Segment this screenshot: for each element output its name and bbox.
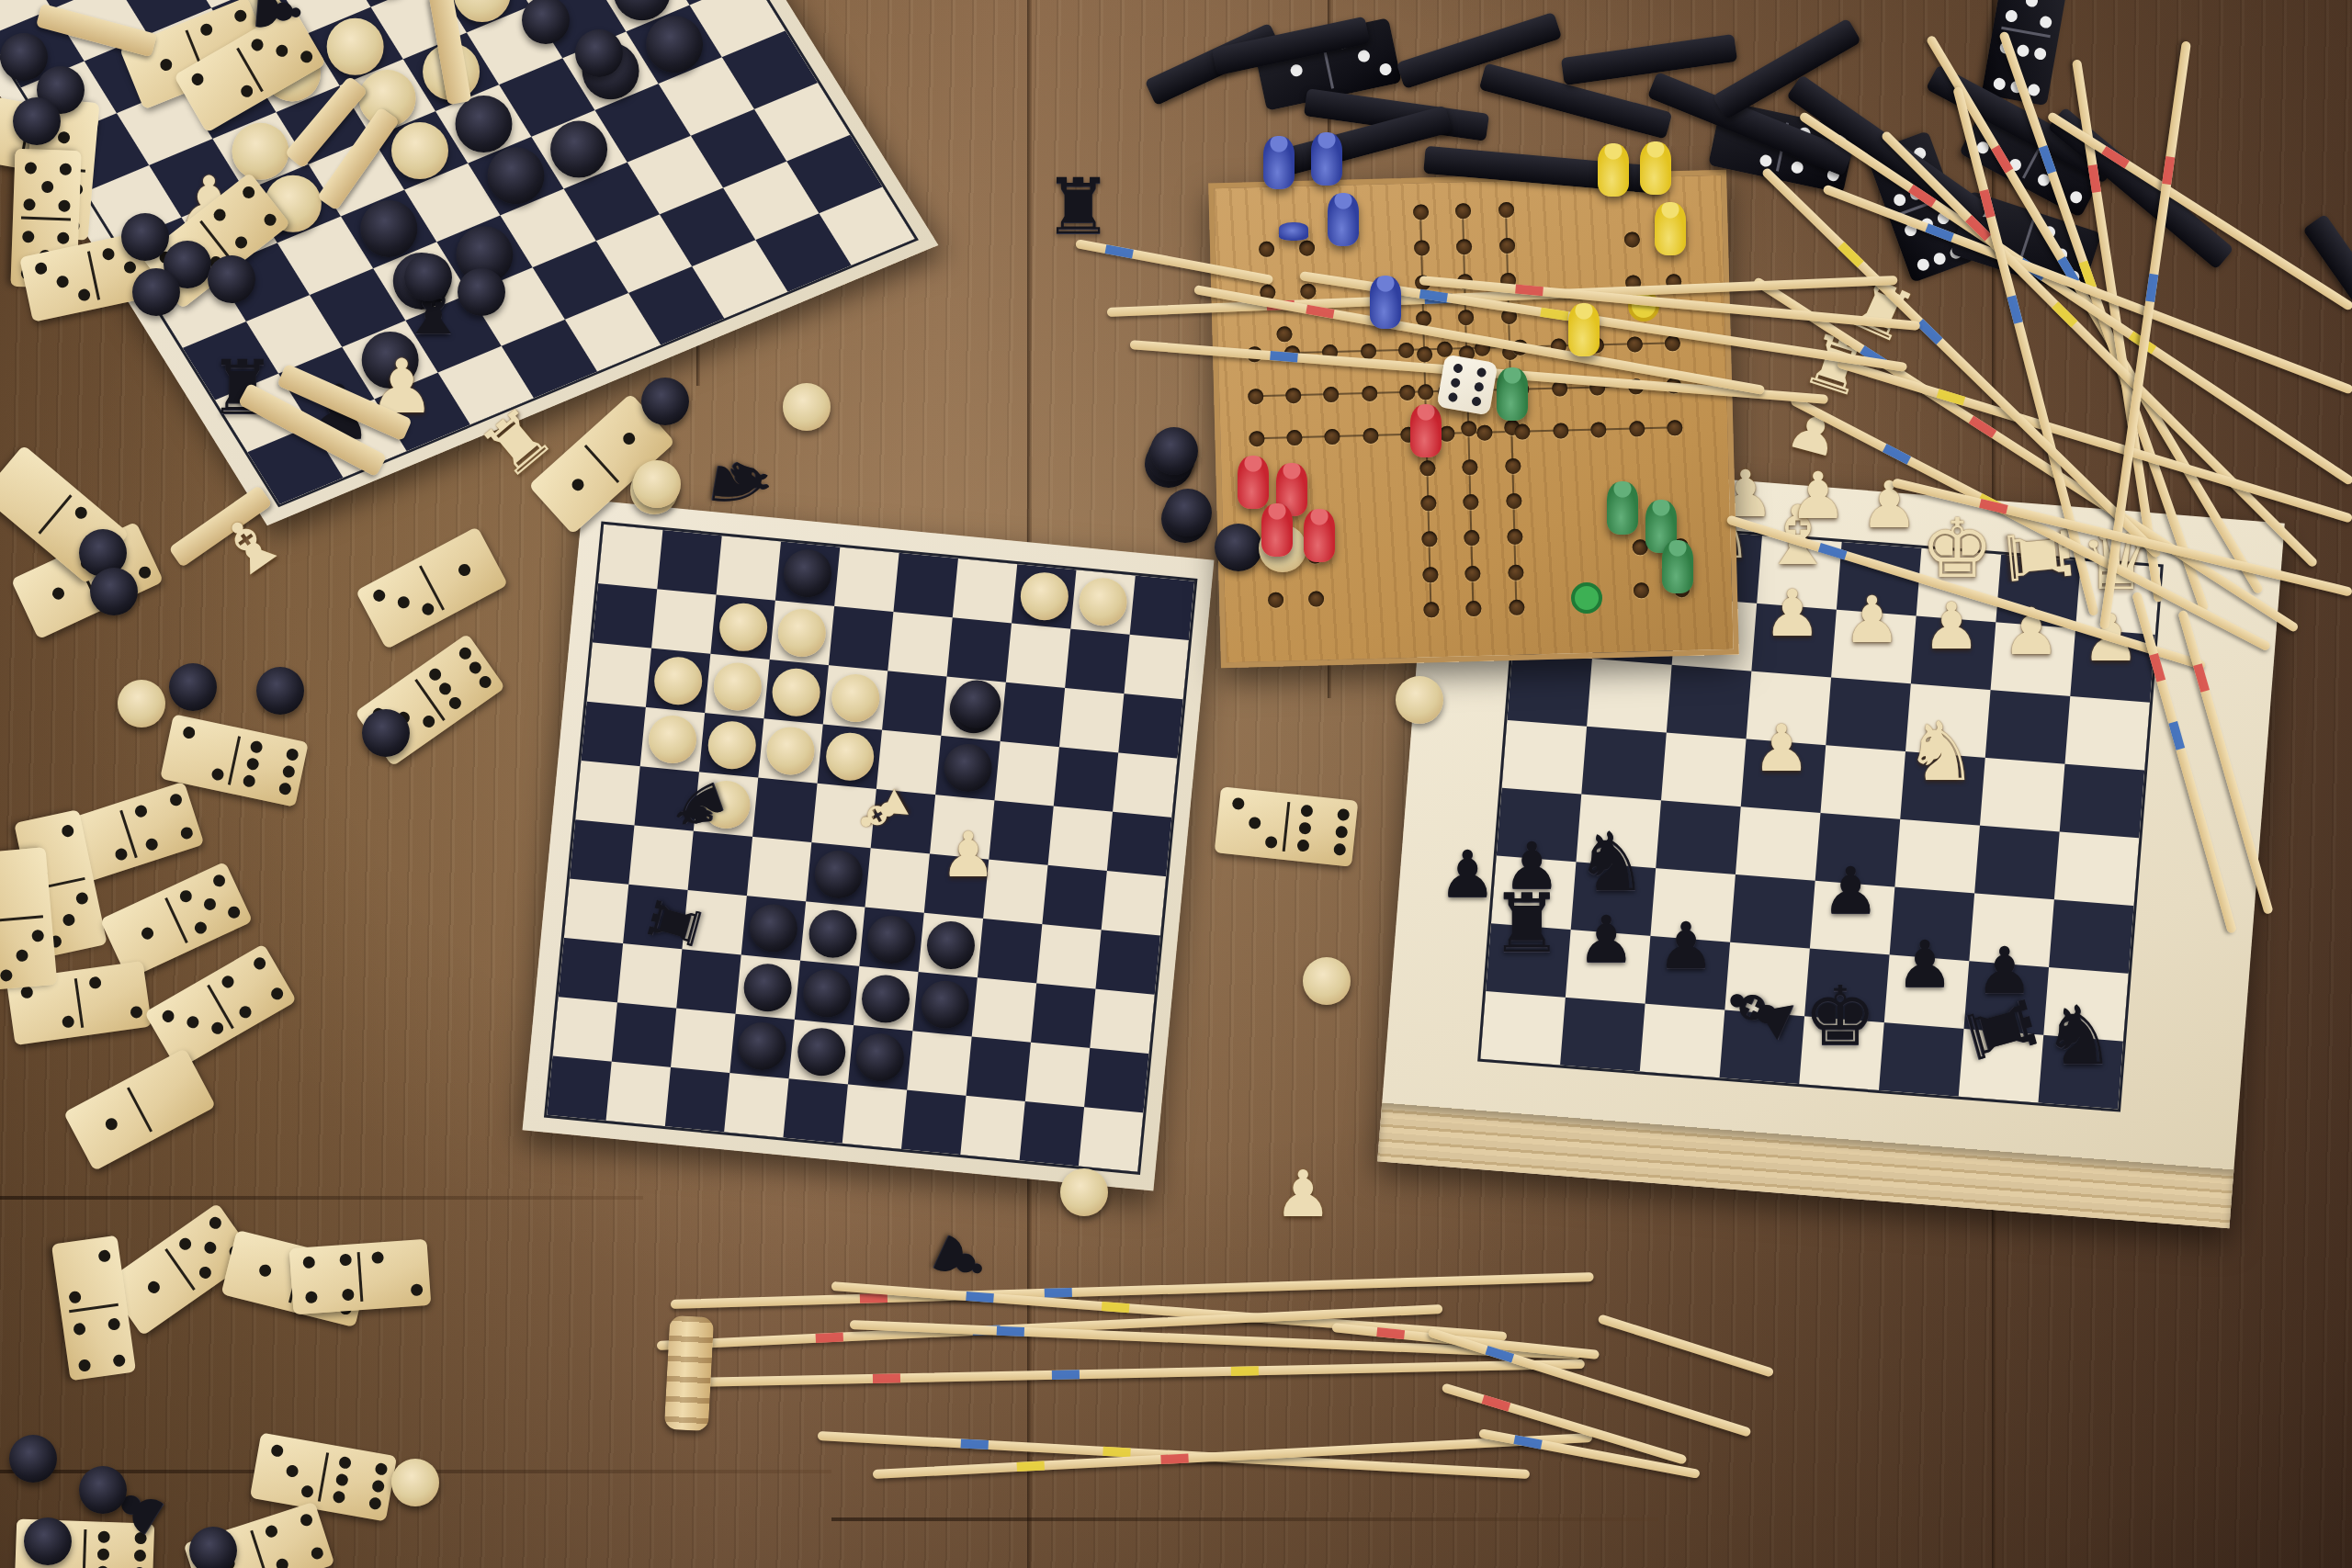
stick-band xyxy=(1230,1366,1258,1376)
domino-pip xyxy=(286,1464,300,1478)
checkers-board-center: ♞♜♝♟ xyxy=(523,500,1215,1191)
checker-dark[interactable] xyxy=(1150,427,1198,475)
domino-pip xyxy=(226,905,242,920)
checker-light[interactable] xyxy=(654,657,702,705)
domino-3-6[interactable] xyxy=(250,1433,397,1522)
chess-piece-black-n[interactable]: ♞ xyxy=(1576,823,1649,905)
checker-dark[interactable] xyxy=(744,964,792,1011)
checker-light[interactable] xyxy=(714,662,762,710)
domino-pip xyxy=(137,565,153,581)
ludo-track-hole xyxy=(1412,204,1428,220)
checker-dark[interactable] xyxy=(856,1034,904,1082)
ludo-peg-blue[interactable] xyxy=(1328,193,1359,246)
die-pip xyxy=(1471,396,1482,407)
domino-pip xyxy=(114,847,129,862)
ludo-peg-red[interactable] xyxy=(1238,456,1269,509)
domino-pip xyxy=(22,231,34,243)
ludo-track-hole xyxy=(1466,601,1482,616)
checker-light[interactable] xyxy=(633,460,681,508)
domino-pip xyxy=(1335,826,1348,839)
domino-divider xyxy=(1283,802,1291,852)
domino-pip xyxy=(73,504,89,521)
ludo-peg-yellow[interactable] xyxy=(1640,141,1671,195)
stick-band xyxy=(872,1373,899,1383)
checker-light[interactable] xyxy=(391,1459,439,1506)
checker-dark[interactable] xyxy=(362,709,410,757)
domino-pip xyxy=(237,1004,254,1021)
checker-dark[interactable] xyxy=(455,96,512,152)
domino-pip xyxy=(374,1462,388,1476)
table-plank-seam xyxy=(831,1517,1658,1521)
checker-dark[interactable] xyxy=(1164,489,1212,536)
domino-pip xyxy=(239,83,255,99)
domino-pip xyxy=(62,1015,75,1029)
checker-dark[interactable] xyxy=(256,667,304,715)
checker-light[interactable] xyxy=(1060,1168,1108,1216)
domino-pip xyxy=(421,713,437,729)
domino-pip xyxy=(107,1317,121,1331)
domino-pip xyxy=(123,260,137,274)
domino-black-edge-on[interactable] xyxy=(1561,34,1737,85)
ludo-marker-648 xyxy=(1571,582,1602,614)
checker-light[interactable] xyxy=(1396,676,1443,724)
checker-dark[interactable] xyxy=(551,121,608,178)
domino-pip xyxy=(20,986,34,999)
ludo-track-hole xyxy=(1507,493,1522,509)
turned-wood-piece[interactable] xyxy=(664,1315,714,1431)
ludo-track-hole xyxy=(1458,310,1474,325)
ludo-track-hole xyxy=(1515,424,1531,440)
checker-dark[interactable] xyxy=(132,268,180,316)
ludo-track-hole xyxy=(1308,591,1324,606)
domino-pip xyxy=(88,976,102,989)
domino-pip xyxy=(130,1006,143,1020)
domino-pip xyxy=(2033,47,2047,61)
ludo-track-hole xyxy=(1506,457,1521,473)
domino-pip xyxy=(202,897,218,912)
domino-pip xyxy=(134,1550,146,1562)
checker-dark[interactable] xyxy=(750,905,797,953)
checker-dark[interactable] xyxy=(0,33,48,81)
checker-light[interactable] xyxy=(649,716,696,763)
ludo-track-hole xyxy=(1363,428,1378,444)
chess-piece-black-p[interactable]: ♟ xyxy=(246,0,310,39)
checker-light[interactable] xyxy=(1020,573,1068,621)
die-pip xyxy=(1453,363,1464,374)
ludo-track-hole xyxy=(1323,387,1339,402)
ludo-track-hole xyxy=(1510,600,1525,615)
domino-pip xyxy=(305,1291,318,1303)
ludo-peg-green[interactable] xyxy=(1497,367,1528,421)
chess-piece-white-p[interactable]: ♟ xyxy=(1753,716,1811,781)
chess-piece-black-p[interactable]: ♟ xyxy=(1822,859,1880,923)
ludo-peg-blue-fallen[interactable] xyxy=(1279,222,1308,241)
stick-band xyxy=(1045,1288,1072,1298)
ludo-peg-yellow[interactable] xyxy=(1598,143,1629,197)
checker-dark[interactable] xyxy=(927,921,975,969)
domino-pip xyxy=(1932,251,1948,266)
domino-divider xyxy=(0,915,43,922)
checker-light[interactable] xyxy=(826,733,874,781)
ludo-track-hole xyxy=(1465,566,1481,581)
ludo-track-hole xyxy=(1361,343,1376,358)
checker-dark[interactable] xyxy=(575,29,623,77)
checker-light[interactable] xyxy=(767,728,815,775)
domino-pip xyxy=(2005,9,2018,23)
domino-pip xyxy=(211,873,227,888)
checker-dark[interactable] xyxy=(797,1028,845,1076)
checker-dark[interactable] xyxy=(169,663,217,711)
stick-band xyxy=(2145,274,2158,302)
stick-band xyxy=(997,1326,1024,1337)
domino-pip xyxy=(16,949,28,962)
ludo-track-hole xyxy=(1325,429,1340,445)
stick-band xyxy=(960,1438,988,1450)
checker-dark[interactable] xyxy=(360,200,417,257)
domino-pip xyxy=(249,37,266,53)
domino-pip xyxy=(1300,805,1313,818)
chess-piece-black-b[interactable]: ♝ xyxy=(1708,961,1813,1061)
domino-pip xyxy=(299,49,315,65)
checker-light[interactable] xyxy=(391,122,448,179)
domino-divider xyxy=(69,1303,119,1314)
stick-band xyxy=(1101,1302,1129,1313)
ludo-track-hole xyxy=(1629,422,1645,437)
domino-pip xyxy=(97,1249,111,1263)
domino-pip xyxy=(371,1479,385,1493)
domino-pip xyxy=(145,1279,162,1295)
domino-pip xyxy=(249,739,263,753)
domino-pip xyxy=(77,288,91,301)
ludo-track-hole xyxy=(1249,431,1264,446)
domino-pip xyxy=(75,891,89,905)
domino-pip xyxy=(269,986,286,1002)
ludo-track-hole xyxy=(1286,430,1302,446)
die-showing-six[interactable] xyxy=(1436,354,1498,415)
chess-piece-black-r[interactable]: ♜ xyxy=(1044,168,1113,245)
checker-dark[interactable] xyxy=(404,254,452,301)
domino-pip xyxy=(210,767,224,781)
checker-dark[interactable] xyxy=(90,568,138,615)
ludo-track-hole xyxy=(1419,460,1435,476)
domino-pip xyxy=(1249,817,1261,829)
checker-dark-stacked[interactable] xyxy=(953,680,1001,728)
domino-pip xyxy=(339,1254,352,1267)
chess-piece-black-n[interactable]: ♞ xyxy=(698,446,782,524)
chess-piece-white-p[interactable]: ♟ xyxy=(1274,1162,1332,1226)
checker-dark[interactable] xyxy=(868,916,916,964)
chess-piece-white-p[interactable]: ♟ xyxy=(1923,593,1981,658)
domino-pip xyxy=(193,919,209,935)
checker-dark[interactable] xyxy=(808,910,856,958)
ludo-peg-red[interactable] xyxy=(1261,503,1293,557)
domino-pip xyxy=(112,1354,126,1368)
chess-piece-white-n[interactable]: ♞ xyxy=(1905,712,1978,794)
domino-4-2[interactable] xyxy=(289,1239,432,1314)
domino-2-4[interactable] xyxy=(51,1235,136,1382)
ludo-track-hole xyxy=(1420,495,1436,511)
chess-piece-black-r[interactable]: ♜ xyxy=(638,888,713,959)
ludo-peg-green[interactable] xyxy=(1662,540,1693,593)
domino-pip xyxy=(467,660,483,676)
domino-pip xyxy=(0,969,13,982)
chess-piece-black-p[interactable]: ♟ xyxy=(921,1223,999,1298)
ludo-track-hole xyxy=(1276,326,1292,342)
domino-pip xyxy=(61,824,74,838)
domino-pip xyxy=(338,1456,352,1470)
domino-pip xyxy=(245,757,259,771)
chess-piece-black-p[interactable]: ♟ xyxy=(1896,932,1954,997)
domino-divider xyxy=(74,978,85,1029)
domino-pip xyxy=(302,1256,315,1269)
ludo-peg-yellow[interactable] xyxy=(1655,202,1686,255)
domino-pip xyxy=(411,1283,424,1296)
domino-pip xyxy=(178,888,194,904)
domino-pip xyxy=(1790,161,1804,175)
die-pip xyxy=(1451,378,1462,389)
mikado-stick[interactable] xyxy=(689,1359,1585,1387)
checker-dark[interactable] xyxy=(863,975,910,1022)
checker-dark[interactable] xyxy=(739,1022,786,1070)
domino-pip xyxy=(371,1251,384,1264)
stick-band xyxy=(1051,1370,1079,1380)
domino-pip xyxy=(209,1020,226,1036)
ludo-track-hole xyxy=(1455,203,1471,219)
ludo-peg-yellow[interactable] xyxy=(1568,303,1600,356)
domino-pip xyxy=(2068,189,2085,206)
checker-light[interactable] xyxy=(831,674,879,722)
checker-dark[interactable] xyxy=(208,255,255,303)
ludo-track-hole xyxy=(1667,421,1682,436)
checker-light[interactable] xyxy=(778,609,826,657)
domino-pip xyxy=(31,930,44,942)
checker-dark[interactable] xyxy=(189,1527,237,1568)
ludo-track-hole xyxy=(1413,240,1429,255)
domino-pip xyxy=(310,1546,324,1561)
mikado-stick[interactable] xyxy=(1428,1327,1752,1438)
domino-divider xyxy=(21,217,72,221)
ludo-peg-blue[interactable] xyxy=(1311,132,1342,186)
checker-light[interactable] xyxy=(327,17,384,74)
domino-1-0[interactable] xyxy=(63,1048,216,1171)
domino-pip xyxy=(342,1289,355,1302)
chess-piece-black-p[interactable]: ♟ xyxy=(1657,914,1715,978)
domino-divider xyxy=(127,1087,153,1133)
domino-3-1[interactable] xyxy=(356,526,508,649)
domino-pip xyxy=(1232,797,1245,810)
domino-pip xyxy=(23,198,35,210)
checker-light[interactable] xyxy=(773,668,820,716)
domino-pip xyxy=(457,562,473,579)
mikado-stick[interactable] xyxy=(1597,1314,1774,1378)
ludo-track-hole xyxy=(1399,385,1415,400)
ludo-track-hole xyxy=(1553,423,1568,439)
domino-pip xyxy=(78,1359,92,1372)
ludo-track-hole xyxy=(1462,421,1477,436)
stick-band xyxy=(1102,1447,1130,1458)
ludo-track-hole xyxy=(1398,342,1414,357)
chess-piece-black-k[interactable]: ♚ xyxy=(1804,977,1877,1059)
domino-pip xyxy=(189,71,206,87)
stick-band xyxy=(1017,1461,1045,1472)
ludo-peg-red[interactable] xyxy=(1410,404,1442,457)
checker-dark[interactable] xyxy=(803,969,851,1017)
ludo-peg-green[interactable] xyxy=(1607,481,1638,535)
domino-pip xyxy=(1289,63,1303,77)
ludo-track-hole xyxy=(1456,239,1472,254)
domino-divider xyxy=(83,1529,87,1568)
table-plank-seam xyxy=(0,1196,643,1200)
chess-box-side-front xyxy=(1377,1103,2233,1229)
domino-pip xyxy=(621,430,638,446)
ludo-peg-blue[interactable] xyxy=(1370,276,1401,329)
domino-pip xyxy=(1993,77,2007,91)
domino-pip xyxy=(211,207,228,223)
chess-piece-white-p[interactable]: ♟ xyxy=(1789,464,1847,528)
checker-dark[interactable] xyxy=(24,1517,72,1565)
checker-light[interactable] xyxy=(719,604,767,651)
checker-light[interactable] xyxy=(1303,957,1351,1005)
domino-pip xyxy=(300,1484,314,1498)
ludo-peg-blue[interactable] xyxy=(1263,136,1295,189)
domino-pip xyxy=(396,594,413,611)
domino-pip xyxy=(104,1116,120,1133)
checker-light[interactable] xyxy=(707,721,755,769)
domino-pip xyxy=(202,1239,219,1256)
ludo-track-hole xyxy=(1590,423,1606,438)
chess-piece-white-b[interactable]: ♝ xyxy=(842,773,923,852)
checker-light[interactable] xyxy=(1080,579,1127,626)
checker-dark[interactable] xyxy=(121,213,169,261)
ludo-track-hole xyxy=(1508,529,1523,545)
ludo-track-hole xyxy=(1422,567,1438,582)
tabletop-scene: ♜♟♟♝♟ ♞♜♝♟ ♜♞♝♚♜♛♟♟♟♟♟♟♟♞♟♟♟♟♟♟♞♟♜♟♟♟♟♝♚… xyxy=(0,0,2352,1568)
domino-pip xyxy=(371,588,388,604)
domino-pip xyxy=(262,211,278,228)
domino-pip xyxy=(41,181,53,193)
domino-pip xyxy=(73,1323,86,1337)
domino-pip xyxy=(1265,836,1278,849)
chess-piece-black-n[interactable]: ♞ xyxy=(2042,996,2116,1077)
domino-pip xyxy=(144,837,159,852)
domino-pip xyxy=(62,913,75,927)
domino-pip xyxy=(332,1490,345,1504)
checker-dark[interactable] xyxy=(1215,524,1262,571)
checker-dark[interactable] xyxy=(784,550,831,598)
domino-divider xyxy=(318,1452,329,1502)
stick-band xyxy=(860,1293,888,1303)
chess-piece-black-p[interactable]: ♟ xyxy=(1577,908,1635,972)
domino-divider xyxy=(228,736,241,785)
checker-dark[interactable] xyxy=(641,378,689,425)
domino-divider xyxy=(164,897,188,944)
checker-dark[interactable] xyxy=(487,148,544,205)
stick-band xyxy=(1837,242,1863,267)
domino-pip xyxy=(177,1235,194,1252)
ludo-peg-red[interactable] xyxy=(1304,509,1335,562)
checker-dark[interactable] xyxy=(9,1435,57,1483)
checker-light[interactable] xyxy=(118,680,165,728)
checker-dark[interactable] xyxy=(922,980,969,1028)
domino-pip xyxy=(258,1263,273,1278)
checker-dark[interactable] xyxy=(646,16,703,73)
domino-pip xyxy=(447,694,463,711)
domino-pip xyxy=(232,234,249,251)
ludo-track-hole xyxy=(1423,602,1439,617)
domino-pip xyxy=(198,22,214,38)
domino-pip xyxy=(1296,839,1309,852)
checker-light[interactable] xyxy=(454,0,511,22)
domino-pip xyxy=(2039,16,2052,29)
domino-pip xyxy=(158,57,174,73)
stick-band xyxy=(2007,295,2022,324)
checker-dark[interactable] xyxy=(13,97,61,145)
domino-pip xyxy=(299,1513,313,1528)
stick-band xyxy=(2052,301,2077,327)
domino-pip xyxy=(286,748,300,761)
chess-piece-black-r[interactable]: ♜ xyxy=(1490,884,1564,965)
chess-piece-black-n[interactable]: ♞ xyxy=(660,770,737,843)
domino-pip xyxy=(570,477,586,493)
checker-dark[interactable] xyxy=(815,851,863,898)
chess-piece-black-p[interactable]: ♟ xyxy=(1439,842,1497,907)
domino-pip xyxy=(282,764,296,778)
stick-band xyxy=(1161,1453,1189,1464)
domino-pip xyxy=(274,42,290,59)
domino-pip xyxy=(182,726,196,739)
checker-dark[interactable] xyxy=(944,744,992,792)
domino-pip xyxy=(242,774,255,788)
chess-piece-black-r[interactable]: ♜ xyxy=(1951,984,2049,1076)
ludo-track-hole xyxy=(1464,494,1479,510)
domino-divider xyxy=(38,494,72,535)
checker-light[interactable] xyxy=(783,383,831,431)
ludo-track-hole xyxy=(1416,346,1431,362)
domino-pip xyxy=(1337,808,1350,821)
domino-pip xyxy=(335,1473,349,1487)
ludo-track-hole xyxy=(1300,283,1316,299)
domino-pip xyxy=(140,925,155,941)
ludo-track-hole xyxy=(1418,384,1433,400)
domino-divider xyxy=(357,1252,364,1303)
ludo-track-hole xyxy=(1421,531,1437,547)
domino-pip xyxy=(1333,843,1346,856)
stick-band xyxy=(1917,319,1942,344)
stick-band xyxy=(1104,244,1133,258)
stick-band xyxy=(966,1292,994,1303)
ludo-track-hole xyxy=(1268,592,1283,607)
domino-pip xyxy=(97,1531,109,1543)
domino-pip xyxy=(60,163,72,175)
checker-dark[interactable] xyxy=(458,268,505,316)
ludo-track-hole xyxy=(1248,389,1263,404)
domino-pip xyxy=(207,1214,223,1231)
domino-pip xyxy=(58,199,70,211)
checker-dark[interactable] xyxy=(79,1466,127,1514)
chess-piece-white-p[interactable]: ♟ xyxy=(1764,581,1822,646)
ludo-track-hole xyxy=(1476,425,1492,441)
ludo-track-hole xyxy=(1623,231,1639,247)
domino-pip xyxy=(25,162,37,174)
ludo-track-hole xyxy=(1498,202,1514,218)
domino-3-4[interactable] xyxy=(144,943,297,1069)
chess-piece-white-p[interactable]: ♟ xyxy=(1843,587,1901,651)
chess-piece-white-p[interactable]: ♟ xyxy=(940,825,996,887)
domino-pip xyxy=(278,782,292,795)
domino-pip xyxy=(220,974,236,990)
domino-3-6[interactable] xyxy=(1215,786,1359,866)
stick-band xyxy=(816,1333,843,1343)
